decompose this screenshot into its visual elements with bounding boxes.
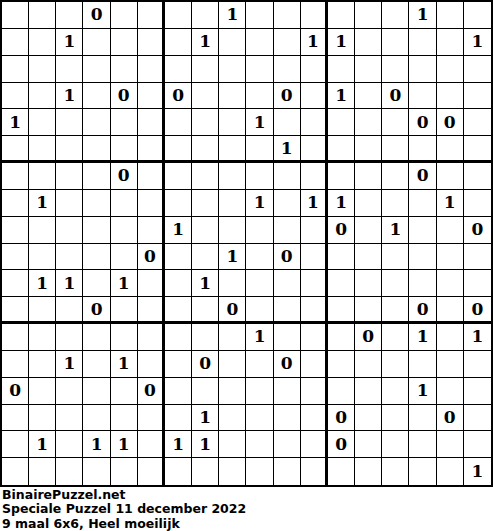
cell-empty-r5c9[interactable] — [246, 136, 273, 163]
cell-empty-r15c6[interactable] — [165, 405, 192, 432]
cell-empty-r12c10[interactable] — [274, 324, 301, 351]
cell-empty-r1c13[interactable] — [355, 29, 382, 56]
cell-empty-r7c6[interactable] — [165, 190, 192, 217]
cell-clue-r5c10: 1 — [274, 136, 301, 163]
cell-empty-r12c4[interactable] — [111, 324, 138, 351]
cell-clue-r0c15: 1 — [409, 2, 436, 29]
cell-empty-r1c4[interactable] — [111, 29, 138, 56]
cell-empty-r8c10[interactable] — [274, 217, 301, 244]
cell-clue-r1c11: 1 — [301, 29, 328, 56]
cell-empty-r9c16[interactable] — [437, 244, 464, 271]
cell-empty-r15c1[interactable] — [29, 405, 56, 432]
cell-empty-r4c4[interactable] — [111, 109, 138, 136]
cell-clue-r15c7: 1 — [192, 405, 219, 432]
cell-empty-r5c4[interactable] — [111, 136, 138, 163]
cell-empty-r4c7[interactable] — [192, 109, 219, 136]
cell-empty-r14c8[interactable] — [219, 378, 246, 405]
cell-empty-r6c14[interactable] — [382, 163, 409, 190]
cell-empty-r3c17[interactable] — [464, 83, 491, 110]
cell-empty-r1c1[interactable] — [29, 29, 56, 56]
cell-empty-r13c8[interactable] — [219, 351, 246, 378]
cell-empty-r5c0[interactable] — [2, 136, 29, 163]
cell-clue-r4c0: 1 — [2, 109, 29, 136]
cell-empty-r17c11[interactable] — [301, 458, 328, 485]
cell-clue-r13c10: 0 — [274, 351, 301, 378]
cell-empty-r16c9[interactable] — [246, 431, 273, 458]
cell-clue-r12c15: 1 — [409, 324, 436, 351]
cell-empty-r12c11[interactable] — [301, 324, 328, 351]
cell-empty-r6c17[interactable] — [464, 163, 491, 190]
cell-empty-r10c5[interactable] — [138, 270, 165, 297]
cell-empty-r6c7[interactable] — [192, 163, 219, 190]
cell-clue-r7c9: 1 — [246, 190, 273, 217]
cell-empty-r1c10[interactable] — [274, 29, 301, 56]
cell-empty-r6c0[interactable] — [2, 163, 29, 190]
cell-clue-r7c12: 1 — [328, 190, 355, 217]
cell-empty-r9c1[interactable] — [29, 244, 56, 271]
cell-empty-r8c4[interactable] — [111, 217, 138, 244]
cell-empty-r0c4[interactable] — [111, 2, 138, 29]
cell-empty-r5c3[interactable] — [83, 136, 110, 163]
cell-empty-r4c14[interactable] — [382, 109, 409, 136]
cell-empty-r0c11[interactable] — [301, 2, 328, 29]
cell-empty-r8c3[interactable] — [83, 217, 110, 244]
cell-empty-r2c4[interactable] — [111, 56, 138, 83]
cell-empty-r16c15[interactable] — [409, 431, 436, 458]
cell-empty-r17c4[interactable] — [111, 458, 138, 485]
cell-empty-r17c2[interactable] — [56, 458, 83, 485]
cell-empty-r1c6[interactable] — [165, 29, 192, 56]
cell-empty-r6c16[interactable] — [437, 163, 464, 190]
cell-empty-r2c8[interactable] — [219, 56, 246, 83]
cell-empty-r15c2[interactable] — [56, 405, 83, 432]
cell-empty-r11c9[interactable] — [246, 297, 273, 324]
cell-empty-r15c14[interactable] — [382, 405, 409, 432]
cell-empty-r10c10[interactable] — [274, 270, 301, 297]
cell-empty-r15c10[interactable] — [274, 405, 301, 432]
cell-empty-r12c16[interactable] — [437, 324, 464, 351]
cell-empty-r1c5[interactable] — [138, 29, 165, 56]
cell-empty-r10c9[interactable] — [246, 270, 273, 297]
cell-empty-r11c13[interactable] — [355, 297, 382, 324]
cell-empty-r2c3[interactable] — [83, 56, 110, 83]
cell-empty-r8c13[interactable] — [355, 217, 382, 244]
cell-empty-r1c8[interactable] — [219, 29, 246, 56]
cell-empty-r2c15[interactable] — [409, 56, 436, 83]
cell-empty-r16c14[interactable] — [382, 431, 409, 458]
cell-clue-r3c2: 1 — [56, 83, 83, 110]
cell-empty-r9c9[interactable] — [246, 244, 273, 271]
cell-empty-r6c5[interactable] — [138, 163, 165, 190]
cell-empty-r0c12[interactable] — [328, 2, 355, 29]
cell-empty-r7c7[interactable] — [192, 190, 219, 217]
cell-empty-r3c13[interactable] — [355, 83, 382, 110]
cell-clue-r12c13: 0 — [355, 324, 382, 351]
cell-empty-r13c15[interactable] — [409, 351, 436, 378]
cell-empty-r16c11[interactable] — [301, 431, 328, 458]
cell-empty-r14c4[interactable] — [111, 378, 138, 405]
cell-empty-r2c2[interactable] — [56, 56, 83, 83]
cell-empty-r3c5[interactable] — [138, 83, 165, 110]
cell-empty-r8c8[interactable] — [219, 217, 246, 244]
cell-clue-r13c4: 1 — [111, 351, 138, 378]
cell-empty-r5c11[interactable] — [301, 136, 328, 163]
cell-clue-r4c16: 0 — [437, 109, 464, 136]
cell-empty-r17c7[interactable] — [192, 458, 219, 485]
cell-empty-r4c8[interactable] — [219, 109, 246, 136]
cell-empty-r10c11[interactable] — [301, 270, 328, 297]
cell-empty-r12c14[interactable] — [382, 324, 409, 351]
cell-empty-r11c2[interactable] — [56, 297, 83, 324]
cell-empty-r17c16[interactable] — [437, 458, 464, 485]
cell-empty-r9c14[interactable] — [382, 244, 409, 271]
cell-empty-r0c9[interactable] — [246, 2, 273, 29]
cell-empty-r6c8[interactable] — [219, 163, 246, 190]
cell-empty-r5c5[interactable] — [138, 136, 165, 163]
cell-empty-r7c2[interactable] — [56, 190, 83, 217]
cell-empty-r14c17[interactable] — [464, 378, 491, 405]
cell-clue-r3c4: 0 — [111, 83, 138, 110]
cell-empty-r4c13[interactable] — [355, 109, 382, 136]
cell-empty-r3c8[interactable] — [219, 83, 246, 110]
cell-empty-r0c1[interactable] — [29, 2, 56, 29]
cell-empty-r7c15[interactable] — [409, 190, 436, 217]
cell-empty-r14c9[interactable] — [246, 378, 273, 405]
cell-clue-r11c3: 0 — [83, 297, 110, 324]
cell-empty-r17c12[interactable] — [328, 458, 355, 485]
cell-empty-r2c10[interactable] — [274, 56, 301, 83]
cell-empty-r13c17[interactable] — [464, 351, 491, 378]
cell-empty-r4c12[interactable] — [328, 109, 355, 136]
cell-empty-r16c17[interactable] — [464, 431, 491, 458]
cell-empty-r10c17[interactable] — [464, 270, 491, 297]
cell-empty-r11c16[interactable] — [437, 297, 464, 324]
cell-empty-r13c13[interactable] — [355, 351, 382, 378]
cell-clue-r9c10: 0 — [274, 244, 301, 271]
cell-empty-r11c7[interactable] — [192, 297, 219, 324]
cell-empty-r12c7[interactable] — [192, 324, 219, 351]
cell-empty-r0c17[interactable] — [464, 2, 491, 29]
cell-empty-r17c1[interactable] — [29, 458, 56, 485]
cell-empty-r2c12[interactable] — [328, 56, 355, 83]
cell-empty-r5c12[interactable] — [328, 136, 355, 163]
cell-empty-r3c7[interactable] — [192, 83, 219, 110]
cell-empty-r12c6[interactable] — [165, 324, 192, 351]
cell-empty-r13c1[interactable] — [29, 351, 56, 378]
cell-empty-r7c13[interactable] — [355, 190, 382, 217]
cell-empty-r1c9[interactable] — [246, 29, 273, 56]
cell-empty-r11c4[interactable] — [111, 297, 138, 324]
cell-empty-r4c2[interactable] — [56, 109, 83, 136]
cell-clue-r1c7: 1 — [192, 29, 219, 56]
cell-empty-r11c12[interactable] — [328, 297, 355, 324]
cell-empty-r8c1[interactable] — [29, 217, 56, 244]
cell-empty-r0c10[interactable] — [274, 2, 301, 29]
cell-empty-r0c6[interactable] — [165, 2, 192, 29]
puzzle-info: 9 maal 6x6, Heel moeilijk — [2, 517, 493, 531]
cell-empty-r8c9[interactable] — [246, 217, 273, 244]
cell-clue-r16c7: 1 — [192, 431, 219, 458]
cell-empty-r3c15[interactable] — [409, 83, 436, 110]
cell-empty-r8c7[interactable] — [192, 217, 219, 244]
cell-empty-r13c5[interactable] — [138, 351, 165, 378]
cell-empty-r2c5[interactable] — [138, 56, 165, 83]
cell-empty-r15c8[interactable] — [219, 405, 246, 432]
cell-clue-r16c12: 0 — [328, 431, 355, 458]
cell-empty-r13c6[interactable] — [165, 351, 192, 378]
cell-empty-r7c3[interactable] — [83, 190, 110, 217]
cell-empty-r5c1[interactable] — [29, 136, 56, 163]
cell-empty-r17c10[interactable] — [274, 458, 301, 485]
cell-empty-r17c9[interactable] — [246, 458, 273, 485]
cell-empty-r9c0[interactable] — [2, 244, 29, 271]
cell-empty-r16c13[interactable] — [355, 431, 382, 458]
cell-empty-r14c7[interactable] — [192, 378, 219, 405]
cell-empty-r9c17[interactable] — [464, 244, 491, 271]
cell-empty-r13c3[interactable] — [83, 351, 110, 378]
cell-empty-r14c6[interactable] — [165, 378, 192, 405]
cell-empty-r7c0[interactable] — [2, 190, 29, 217]
cell-empty-r2c9[interactable] — [246, 56, 273, 83]
cell-empty-r7c5[interactable] — [138, 190, 165, 217]
cell-empty-r2c13[interactable] — [355, 56, 382, 83]
cell-empty-r1c15[interactable] — [409, 29, 436, 56]
cell-empty-r2c1[interactable] — [29, 56, 56, 83]
cell-empty-r4c6[interactable] — [165, 109, 192, 136]
cell-clue-r8c12: 0 — [328, 217, 355, 244]
cell-empty-r2c11[interactable] — [301, 56, 328, 83]
cell-empty-r12c12[interactable] — [328, 324, 355, 351]
cell-clue-r7c16: 1 — [437, 190, 464, 217]
cell-empty-r10c14[interactable] — [382, 270, 409, 297]
cell-empty-r14c2[interactable] — [56, 378, 83, 405]
cell-clue-r6c4: 0 — [111, 163, 138, 190]
cell-empty-r7c8[interactable] — [219, 190, 246, 217]
cell-empty-r8c16[interactable] — [437, 217, 464, 244]
cell-empty-r12c5[interactable] — [138, 324, 165, 351]
cell-empty-r9c2[interactable] — [56, 244, 83, 271]
cell-empty-r14c10[interactable] — [274, 378, 301, 405]
cell-empty-r4c1[interactable] — [29, 109, 56, 136]
cell-empty-r6c9[interactable] — [246, 163, 273, 190]
cell-clue-r9c5: 0 — [138, 244, 165, 271]
cell-empty-r15c5[interactable] — [138, 405, 165, 432]
cell-empty-r0c14[interactable] — [382, 2, 409, 29]
cell-empty-r16c5[interactable] — [138, 431, 165, 458]
cell-empty-r0c0[interactable] — [2, 2, 29, 29]
cell-empty-r10c12[interactable] — [328, 270, 355, 297]
cell-empty-r6c2[interactable] — [56, 163, 83, 190]
cell-clue-r4c15: 0 — [409, 109, 436, 136]
cell-empty-r11c5[interactable] — [138, 297, 165, 324]
cell-empty-r5c7[interactable] — [192, 136, 219, 163]
cell-empty-r17c3[interactable] — [83, 458, 110, 485]
cell-empty-r6c6[interactable] — [165, 163, 192, 190]
cell-clue-r14c0: 0 — [2, 378, 29, 405]
cell-empty-r6c1[interactable] — [29, 163, 56, 190]
cell-empty-r11c10[interactable] — [274, 297, 301, 324]
cell-empty-r15c13[interactable] — [355, 405, 382, 432]
cell-empty-r4c5[interactable] — [138, 109, 165, 136]
cell-empty-r5c17[interactable] — [464, 136, 491, 163]
cell-empty-r4c11[interactable] — [301, 109, 328, 136]
cell-empty-r9c4[interactable] — [111, 244, 138, 271]
cell-empty-r15c9[interactable] — [246, 405, 273, 432]
cell-empty-r9c6[interactable] — [165, 244, 192, 271]
cell-empty-r4c3[interactable] — [83, 109, 110, 136]
cell-empty-r6c12[interactable] — [328, 163, 355, 190]
cell-empty-r17c15[interactable] — [409, 458, 436, 485]
cell-empty-r16c8[interactable] — [219, 431, 246, 458]
cell-clue-r7c11: 1 — [301, 190, 328, 217]
cell-empty-r2c17[interactable] — [464, 56, 491, 83]
cell-empty-r1c14[interactable] — [382, 29, 409, 56]
cell-empty-r0c7[interactable] — [192, 2, 219, 29]
cell-empty-r6c13[interactable] — [355, 163, 382, 190]
cell-empty-r13c12[interactable] — [328, 351, 355, 378]
cell-empty-r12c3[interactable] — [83, 324, 110, 351]
cell-empty-r12c8[interactable] — [219, 324, 246, 351]
cell-empty-r13c0[interactable] — [2, 351, 29, 378]
cell-empty-r8c5[interactable] — [138, 217, 165, 244]
cell-empty-r7c10[interactable] — [274, 190, 301, 217]
cell-empty-r3c0[interactable] — [2, 83, 29, 110]
cell-empty-r3c1[interactable] — [29, 83, 56, 110]
cell-empty-r15c0[interactable] — [2, 405, 29, 432]
cell-empty-r12c0[interactable] — [2, 324, 29, 351]
cell-empty-r14c1[interactable] — [29, 378, 56, 405]
cell-empty-r1c3[interactable] — [83, 29, 110, 56]
cell-clue-r11c17: 0 — [464, 297, 491, 324]
puzzle-page: 0111111110001011001001111110100101111000… — [0, 0, 493, 531]
cell-empty-r15c11[interactable] — [301, 405, 328, 432]
cell-clue-r17c17: 1 — [464, 458, 491, 485]
cell-empty-r5c15[interactable] — [409, 136, 436, 163]
cell-empty-r16c2[interactable] — [56, 431, 83, 458]
cell-clue-r13c7: 0 — [192, 351, 219, 378]
cell-empty-r7c14[interactable] — [382, 190, 409, 217]
cell-empty-r15c15[interactable] — [409, 405, 436, 432]
cell-empty-r3c9[interactable] — [246, 83, 273, 110]
cell-empty-r4c10[interactable] — [274, 109, 301, 136]
cell-empty-r3c3[interactable] — [83, 83, 110, 110]
cell-empty-r1c0[interactable] — [2, 29, 29, 56]
cell-empty-r10c15[interactable] — [409, 270, 436, 297]
cell-clue-r16c4: 1 — [111, 431, 138, 458]
cell-empty-r17c6[interactable] — [165, 458, 192, 485]
cell-empty-r17c14[interactable] — [382, 458, 409, 485]
cell-empty-r0c16[interactable] — [437, 2, 464, 29]
cell-clue-r6c15: 0 — [409, 163, 436, 190]
cell-empty-r5c14[interactable] — [382, 136, 409, 163]
cell-empty-r8c2[interactable] — [56, 217, 83, 244]
cell-empty-r5c13[interactable] — [355, 136, 382, 163]
cell-empty-r10c0[interactable] — [2, 270, 29, 297]
cell-empty-r14c12[interactable] — [328, 378, 355, 405]
cell-empty-r12c1[interactable] — [29, 324, 56, 351]
cell-empty-r5c8[interactable] — [219, 136, 246, 163]
cell-clue-r12c9: 1 — [246, 324, 273, 351]
cell-empty-r0c2[interactable] — [56, 2, 83, 29]
cell-empty-r13c16[interactable] — [437, 351, 464, 378]
cell-clue-r14c15: 1 — [409, 378, 436, 405]
cell-empty-r13c9[interactable] — [246, 351, 273, 378]
cell-empty-r6c10[interactable] — [274, 163, 301, 190]
cell-empty-r3c16[interactable] — [437, 83, 464, 110]
cell-empty-r2c7[interactable] — [192, 56, 219, 83]
cell-empty-r8c15[interactable] — [409, 217, 436, 244]
cell-empty-r16c16[interactable] — [437, 431, 464, 458]
cell-empty-r17c0[interactable] — [2, 458, 29, 485]
cell-empty-r16c10[interactable] — [274, 431, 301, 458]
cell-empty-r12c2[interactable] — [56, 324, 83, 351]
cell-empty-r2c14[interactable] — [382, 56, 409, 83]
cell-empty-r9c11[interactable] — [301, 244, 328, 271]
cell-empty-r7c4[interactable] — [111, 190, 138, 217]
cell-empty-r9c13[interactable] — [355, 244, 382, 271]
cell-empty-r17c13[interactable] — [355, 458, 382, 485]
cell-empty-r1c16[interactable] — [437, 29, 464, 56]
cell-empty-r14c11[interactable] — [301, 378, 328, 405]
cell-empty-r14c14[interactable] — [382, 378, 409, 405]
cell-empty-r15c3[interactable] — [83, 405, 110, 432]
cell-empty-r3c11[interactable] — [301, 83, 328, 110]
cell-empty-r2c0[interactable] — [2, 56, 29, 83]
cell-empty-r15c17[interactable] — [464, 405, 491, 432]
cell-empty-r15c4[interactable] — [111, 405, 138, 432]
cell-empty-r14c16[interactable] — [437, 378, 464, 405]
cell-empty-r11c14[interactable] — [382, 297, 409, 324]
cell-clue-r10c2: 1 — [56, 270, 83, 297]
cell-empty-r10c6[interactable] — [165, 270, 192, 297]
cell-clue-r0c8: 1 — [219, 2, 246, 29]
cell-empty-r10c13[interactable] — [355, 270, 382, 297]
cell-empty-r11c1[interactable] — [29, 297, 56, 324]
cell-empty-r9c15[interactable] — [409, 244, 436, 271]
cell-clue-r1c12: 1 — [328, 29, 355, 56]
cell-empty-r5c2[interactable] — [56, 136, 83, 163]
cell-empty-r5c6[interactable] — [165, 136, 192, 163]
cell-empty-r0c13[interactable] — [355, 2, 382, 29]
cell-empty-r17c5[interactable] — [138, 458, 165, 485]
cell-empty-r10c16[interactable] — [437, 270, 464, 297]
cell-empty-r6c11[interactable] — [301, 163, 328, 190]
cell-empty-r6c3[interactable] — [83, 163, 110, 190]
cell-empty-r2c16[interactable] — [437, 56, 464, 83]
cell-empty-r10c3[interactable] — [83, 270, 110, 297]
cell-empty-r10c8[interactable] — [219, 270, 246, 297]
cell-empty-r7c17[interactable] — [464, 190, 491, 217]
cell-empty-r4c17[interactable] — [464, 109, 491, 136]
cell-empty-r11c11[interactable] — [301, 297, 328, 324]
cell-empty-r16c0[interactable] — [2, 431, 29, 458]
cell-empty-r13c14[interactable] — [382, 351, 409, 378]
cell-empty-r11c6[interactable] — [165, 297, 192, 324]
cell-empty-r13c11[interactable] — [301, 351, 328, 378]
cell-empty-r11c0[interactable] — [2, 297, 29, 324]
cell-empty-r14c3[interactable] — [83, 378, 110, 405]
cell-empty-r14c13[interactable] — [355, 378, 382, 405]
cell-empty-r5c16[interactable] — [437, 136, 464, 163]
cell-empty-r2c6[interactable] — [165, 56, 192, 83]
cell-empty-r0c5[interactable] — [138, 2, 165, 29]
cell-empty-r8c11[interactable] — [301, 217, 328, 244]
cell-empty-r8c0[interactable] — [2, 217, 29, 244]
cell-empty-r9c3[interactable] — [83, 244, 110, 271]
cell-empty-r17c8[interactable] — [219, 458, 246, 485]
cell-empty-r9c7[interactable] — [192, 244, 219, 271]
cell-empty-r9c12[interactable] — [328, 244, 355, 271]
